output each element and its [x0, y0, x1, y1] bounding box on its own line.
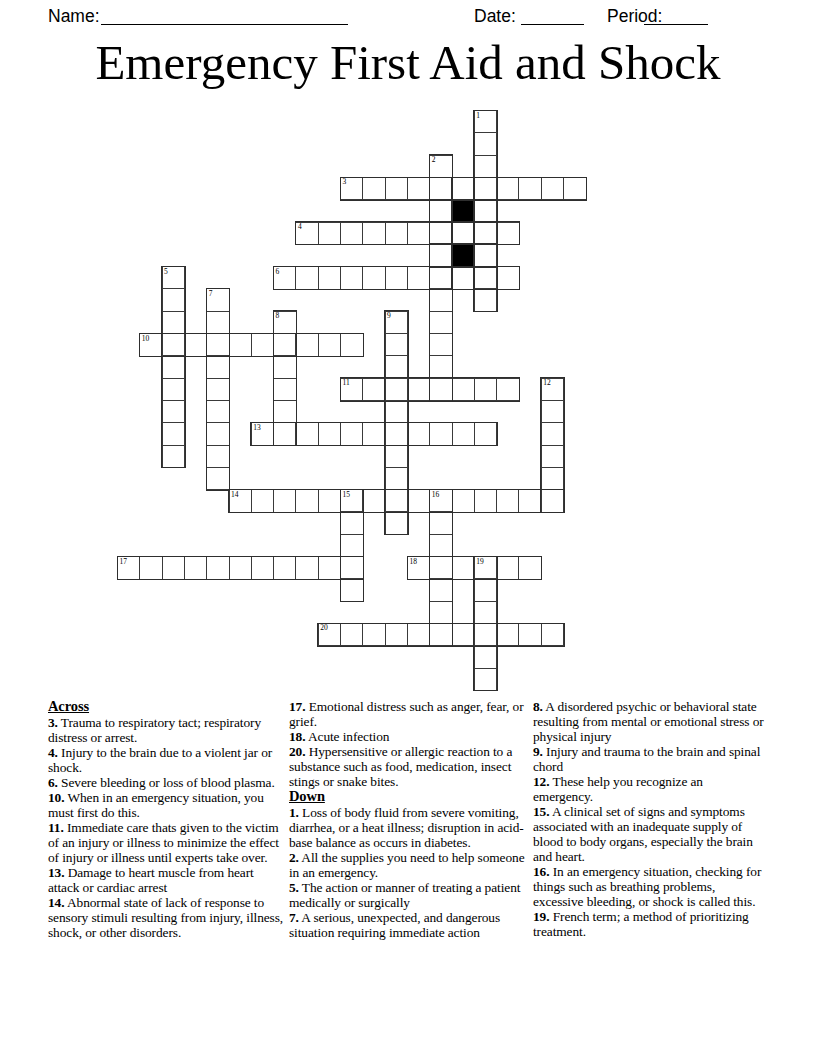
grid-cell[interactable]	[496, 623, 520, 647]
grid-cell[interactable]	[474, 177, 498, 201]
clue-across-11: 11. Immediate care thats given to the vi…	[48, 820, 287, 865]
grid-cell[interactable]	[496, 222, 520, 246]
grid-cell[interactable]	[541, 623, 565, 647]
grid-cell[interactable]: 15	[340, 489, 364, 513]
grid-cell[interactable]	[496, 489, 520, 513]
across-heading: Across	[48, 699, 287, 714]
grid-cell[interactable]	[429, 556, 453, 580]
blocked-cell	[452, 244, 476, 268]
grid-cell[interactable]	[340, 422, 364, 446]
clue-number-label: 18.	[289, 729, 305, 744]
grid-cell[interactable]: 18	[407, 556, 431, 580]
grid-cell[interactable]	[362, 222, 386, 246]
grid-cell[interactable]: 17	[117, 556, 141, 580]
grid-cell[interactable]	[429, 511, 453, 535]
grid-cell[interactable]: 11	[340, 378, 364, 402]
clue-number: 18	[409, 558, 417, 566]
grid-cell[interactable]	[407, 266, 431, 290]
page-title: Emergency First Aid and Shock	[0, 34, 816, 91]
clue-number-label: 19.	[533, 909, 549, 924]
grid-cell[interactable]	[541, 467, 565, 491]
clue-number-label: 2.	[289, 850, 299, 865]
clue-number: 5	[164, 268, 168, 276]
grid-cell[interactable]	[184, 333, 208, 357]
grid-cell[interactable]	[407, 489, 431, 513]
grid-cell[interactable]: 4	[295, 222, 319, 246]
clue-across-17: 17. Emotional distress such as anger, fe…	[289, 699, 534, 729]
clue-number: 6	[276, 268, 280, 276]
clue-across-13: 13. Damage to heart muscle from heart at…	[48, 865, 287, 895]
grid-cell[interactable]	[362, 489, 386, 513]
grid-cell[interactable]	[429, 378, 453, 402]
grid-cell[interactable]	[206, 445, 230, 469]
grid-cell[interactable]	[251, 556, 275, 580]
clue-down-5: 5. The action or manner of treating a pa…	[289, 880, 534, 910]
grid-cell[interactable]: 14	[229, 489, 253, 513]
grid-cell[interactable]	[362, 623, 386, 647]
clue-number-label: 9.	[533, 744, 543, 759]
clue-number-label: 5.	[289, 880, 299, 895]
grid-cell[interactable]: 9	[385, 311, 409, 335]
grid-cell[interactable]	[318, 489, 342, 513]
clue-number-label: 3.	[48, 715, 58, 730]
clue-down-8: 8. A disordered psychic or behavioral st…	[533, 699, 765, 744]
clue-column-2: 17. Emotional distress such as anger, fe…	[289, 699, 534, 940]
clue-number: 10	[142, 335, 150, 343]
grid-cell[interactable]	[318, 222, 342, 246]
grid-cell[interactable]	[407, 422, 431, 446]
grid-cell[interactable]	[162, 556, 186, 580]
clue-number-label: 7.	[289, 910, 299, 925]
grid-cell[interactable]	[139, 556, 163, 580]
clue-number: 15	[343, 491, 351, 499]
grid-cell[interactable]	[541, 177, 565, 201]
clue-number: 1	[476, 112, 480, 120]
grid-cell[interactable]	[429, 578, 453, 602]
clue-across-3: 3. Trauma to respiratory tact; respirato…	[48, 715, 287, 745]
grid-cell[interactable]	[385, 355, 409, 379]
clue-number-label: 8.	[533, 699, 543, 714]
crossword-worksheet: { "game": "crossword", "header": { "name…	[0, 0, 816, 1056]
grid-cell[interactable]	[251, 333, 275, 357]
grid-cell[interactable]	[429, 311, 453, 335]
grid-cell[interactable]	[496, 266, 520, 290]
grid-cell[interactable]	[541, 445, 565, 469]
grid-cell[interactable]	[429, 266, 453, 290]
grid-cell[interactable]	[340, 333, 364, 357]
grid-cell[interactable]	[340, 623, 364, 647]
grid-cell[interactable]	[206, 311, 230, 335]
grid-cell[interactable]	[273, 355, 297, 379]
grid-cell[interactable]	[429, 177, 453, 201]
grid-cell[interactable]	[474, 199, 498, 223]
grid-cell[interactable]	[184, 556, 208, 580]
grid-cell[interactable]: 20	[318, 623, 342, 647]
grid-cell[interactable]	[162, 333, 186, 357]
grid-cell[interactable]	[362, 266, 386, 290]
grid-cell[interactable]	[452, 222, 476, 246]
clue-down-9: 9. Injury and trauma to the brain and sp…	[533, 744, 765, 774]
clue-number: 2	[432, 156, 436, 164]
grid-cell[interactable]	[474, 222, 498, 246]
grid-cell[interactable]	[362, 422, 386, 446]
grid-cell[interactable]	[273, 333, 297, 357]
clue-down-2: 2. All the supplies you need to help som…	[289, 850, 534, 880]
grid-cell[interactable]	[452, 177, 476, 201]
clue-across-10: 10. When in an emergency situation, you …	[48, 790, 287, 820]
grid-cell[interactable]	[362, 177, 386, 201]
grid-cell[interactable]	[429, 288, 453, 312]
grid-cell[interactable]	[162, 400, 186, 424]
grid-cell[interactable]	[385, 623, 409, 647]
grid-cell[interactable]	[273, 489, 297, 513]
grid-cell[interactable]	[295, 489, 319, 513]
name-label: Name:	[48, 6, 100, 27]
down-heading: Down	[289, 789, 534, 804]
clue-down-1: 1. Loss of body fluid from severe vomiti…	[289, 805, 534, 850]
grid-cell[interactable]	[429, 601, 453, 625]
grid-cell[interactable]	[162, 422, 186, 446]
grid-cell[interactable]	[385, 400, 409, 424]
clue-down-16: 16. In an emergency situation, checking …	[533, 864, 765, 909]
grid-cell[interactable]	[407, 222, 431, 246]
grid-cell[interactable]	[452, 422, 476, 446]
grid-cell[interactable]: 5	[162, 266, 186, 290]
grid-cell[interactable]	[162, 311, 186, 335]
grid-cell[interactable]	[273, 556, 297, 580]
grid-cell[interactable]	[385, 177, 409, 201]
grid-cell[interactable]	[474, 578, 498, 602]
grid-cell[interactable]	[385, 445, 409, 469]
grid-cell[interactable]	[496, 556, 520, 580]
grid-cell[interactable]	[162, 355, 186, 379]
grid-cell[interactable]	[541, 422, 565, 446]
grid-cell[interactable]	[362, 378, 386, 402]
date-label: Date:	[474, 6, 516, 27]
clue-down-7: 7. A serious, unexpected, and dangerous …	[289, 910, 534, 940]
grid-cell[interactable]	[318, 266, 342, 290]
grid-cell[interactable]: 3	[340, 177, 364, 201]
grid-cell[interactable]	[474, 244, 498, 268]
grid-cell[interactable]	[340, 222, 364, 246]
grid-cell[interactable]	[474, 422, 498, 446]
clue-across-14: 14. Abnormal state of lack of response t…	[48, 895, 287, 940]
grid-cell[interactable]	[385, 333, 409, 357]
grid-cell[interactable]	[340, 534, 364, 558]
grid-cell[interactable]	[206, 355, 230, 379]
clue-number: 9	[387, 312, 391, 320]
grid-cell[interactable]	[206, 422, 230, 446]
grid-cell[interactable]	[541, 400, 565, 424]
grid-cell[interactable]: 16	[429, 489, 453, 513]
clue-column-3: 8. A disordered psychic or behavioral st…	[533, 699, 765, 939]
grid-cell[interactable]	[474, 623, 498, 647]
clue-down-15: 15. A clinical set of signs and symptoms…	[533, 804, 765, 864]
clue-number: 19	[476, 558, 484, 566]
grid-cell[interactable]	[518, 623, 542, 647]
clue-number: 4	[298, 223, 302, 231]
name-blank-line	[101, 7, 348, 25]
clue-number: 7	[209, 290, 213, 298]
grid-cell[interactable]	[452, 489, 476, 513]
grid-cell[interactable]	[385, 489, 409, 513]
grid-cell[interactable]	[452, 378, 476, 402]
crossword-grid: 1234567891011121314151617181920	[117, 110, 587, 692]
clue-number-label: 11.	[48, 820, 64, 835]
grid-cell[interactable]	[518, 489, 542, 513]
grid-cell[interactable]	[385, 511, 409, 535]
grid-cell[interactable]	[429, 422, 453, 446]
grid-cell[interactable]	[474, 645, 498, 669]
grid-cell[interactable]	[295, 266, 319, 290]
grid-cell[interactable]	[385, 378, 409, 402]
grid-cell[interactable]	[474, 288, 498, 312]
grid-cell[interactable]	[474, 378, 498, 402]
grid-cell[interactable]	[474, 601, 498, 625]
grid-cell[interactable]	[474, 489, 498, 513]
grid-cell[interactable]	[429, 623, 453, 647]
grid-cell[interactable]	[295, 333, 319, 357]
clue-number-label: 1.	[289, 805, 299, 820]
grid-cell[interactable]	[407, 378, 431, 402]
clue-number: 11	[343, 379, 350, 387]
grid-cell[interactable]: 19	[474, 556, 498, 580]
clue-number: 17	[120, 558, 128, 566]
grid-cell[interactable]	[429, 222, 453, 246]
grid-cell[interactable]	[452, 556, 476, 580]
clue-across-4: 4. Injury to the brain due to a violent …	[48, 745, 287, 775]
grid-cell[interactable]	[206, 556, 230, 580]
clue-down-12: 12. These help you recognize an emergenc…	[533, 774, 765, 804]
grid-cell[interactable]	[229, 333, 253, 357]
grid-cell[interactable]	[162, 445, 186, 469]
grid-cell[interactable]	[452, 266, 476, 290]
grid-cell[interactable]	[340, 511, 364, 535]
clue-down-19: 19. French term; a method of prioritizin…	[533, 909, 765, 939]
clue-number-label: 20.	[289, 744, 305, 759]
clue-number-label: 16.	[533, 864, 549, 879]
grid-cell[interactable]	[162, 288, 186, 312]
clue-number-label: 12.	[533, 774, 549, 789]
grid-cell[interactable]	[474, 132, 498, 156]
grid-cell[interactable]	[496, 177, 520, 201]
grid-cell[interactable]	[206, 467, 230, 491]
period-blank-line	[644, 7, 708, 25]
clue-number: 13	[253, 424, 261, 432]
grid-cell[interactable]	[340, 556, 364, 580]
clue-number: 3	[343, 178, 347, 186]
grid-cell[interactable]: 2	[429, 155, 453, 179]
clue-number: 8	[276, 312, 280, 320]
grid-cell[interactable]: 7	[206, 288, 230, 312]
grid-cell[interactable]	[563, 177, 587, 201]
grid-cell[interactable]	[496, 378, 520, 402]
clue-number-label: 15.	[533, 804, 549, 819]
grid-cell[interactable]	[474, 266, 498, 290]
blocked-cell	[452, 199, 476, 223]
grid-cell[interactable]	[429, 244, 453, 268]
clue-number: 20	[320, 624, 328, 632]
clue-number-label: 4.	[48, 745, 58, 760]
grid-cell[interactable]: 6	[273, 266, 297, 290]
grid-cell[interactable]: 1	[474, 110, 498, 134]
grid-cell[interactable]	[407, 623, 431, 647]
clue-number: 14	[231, 491, 239, 499]
grid-cell[interactable]	[385, 467, 409, 491]
grid-cell[interactable]	[206, 333, 230, 357]
grid-cell[interactable]	[273, 378, 297, 402]
grid-cell[interactable]	[474, 155, 498, 179]
grid-cell[interactable]	[407, 177, 431, 201]
grid-cell[interactable]	[385, 266, 409, 290]
clue-number-label: 14.	[48, 895, 64, 910]
date-blank-line	[521, 7, 584, 25]
clue-number: 16	[432, 491, 440, 499]
grid-cell[interactable]: 13	[251, 422, 275, 446]
grid-cell[interactable]	[318, 422, 342, 446]
grid-cell[interactable]	[429, 199, 453, 223]
grid-cell[interactable]	[229, 556, 253, 580]
grid-cell[interactable]	[295, 556, 319, 580]
grid-cell[interactable]	[318, 333, 342, 357]
grid-cell[interactable]	[385, 222, 409, 246]
grid-cell[interactable]	[518, 556, 542, 580]
grid-cell[interactable]	[295, 422, 319, 446]
clue-column-1: Across3. Trauma to respiratory tact; res…	[48, 699, 287, 940]
clue-number: 12	[543, 379, 551, 387]
grid-cell[interactable]	[206, 400, 230, 424]
clue-across-6: 6. Severe bleeding or loss of blood plas…	[48, 775, 287, 790]
grid-cell[interactable]	[206, 378, 230, 402]
grid-cell[interactable]	[541, 489, 565, 513]
grid-cell[interactable]	[518, 177, 542, 201]
grid-cell[interactable]	[452, 623, 476, 647]
grid-cell[interactable]	[340, 266, 364, 290]
grid-cell[interactable]	[429, 355, 453, 379]
grid-cell[interactable]	[474, 668, 498, 692]
grid-cell[interactable]	[429, 333, 453, 357]
grid-cell[interactable]: 10	[139, 333, 163, 357]
grid-cell[interactable]	[251, 489, 275, 513]
grid-cell[interactable]	[162, 378, 186, 402]
grid-cell[interactable]	[340, 578, 364, 602]
clue-number-label: 17.	[289, 699, 305, 714]
grid-cell[interactable]: 12	[541, 378, 565, 402]
clue-number-label: 10.	[48, 790, 64, 805]
grid-cell[interactable]	[385, 422, 409, 446]
grid-cell[interactable]	[273, 422, 297, 446]
clue-number-label: 13.	[48, 865, 64, 880]
clue-across-20: 20. Hypersensitive or allergic reaction …	[289, 744, 534, 789]
grid-cell[interactable]: 8	[273, 311, 297, 335]
grid-cell[interactable]	[318, 556, 342, 580]
grid-cell[interactable]	[429, 534, 453, 558]
clue-across-18: 18. Acute infection	[289, 729, 534, 744]
clue-number-label: 6.	[48, 775, 58, 790]
grid-cell[interactable]	[273, 400, 297, 424]
